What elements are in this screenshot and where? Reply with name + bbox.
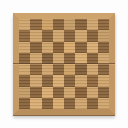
square-e4[interactable] (64, 64, 75, 75)
square-g8[interactable] (87, 19, 98, 30)
square-b6[interactable] (30, 42, 41, 53)
square-a7[interactable] (19, 30, 30, 41)
square-a4[interactable] (19, 64, 30, 75)
chessboard (13, 13, 115, 115)
square-b1[interactable] (30, 98, 41, 109)
square-e6[interactable] (64, 42, 75, 53)
square-f1[interactable] (75, 98, 86, 109)
square-b3[interactable] (30, 75, 41, 86)
square-f3[interactable] (75, 75, 86, 86)
square-d3[interactable] (53, 75, 64, 86)
square-g3[interactable] (87, 75, 98, 86)
square-d5[interactable] (53, 53, 64, 64)
square-g7[interactable] (87, 30, 98, 41)
board-grid (19, 19, 109, 109)
square-h7[interactable] (98, 30, 109, 41)
square-d1[interactable] (53, 98, 64, 109)
square-d2[interactable] (53, 87, 64, 98)
square-a3[interactable] (19, 75, 30, 86)
square-h6[interactable] (98, 42, 109, 53)
square-g6[interactable] (87, 42, 98, 53)
square-f2[interactable] (75, 87, 86, 98)
square-h3[interactable] (98, 75, 109, 86)
square-f8[interactable] (75, 19, 86, 30)
square-e2[interactable] (64, 87, 75, 98)
square-a1[interactable] (19, 98, 30, 109)
square-g4[interactable] (87, 64, 98, 75)
square-c8[interactable] (42, 19, 53, 30)
square-h8[interactable] (98, 19, 109, 30)
square-d6[interactable] (53, 42, 64, 53)
square-f4[interactable] (75, 64, 86, 75)
square-a5[interactable] (19, 53, 30, 64)
square-e7[interactable] (64, 30, 75, 41)
square-g5[interactable] (87, 53, 98, 64)
square-h1[interactable] (98, 98, 109, 109)
square-e8[interactable] (64, 19, 75, 30)
square-a8[interactable] (19, 19, 30, 30)
square-h4[interactable] (98, 64, 109, 75)
square-b8[interactable] (30, 19, 41, 30)
square-b5[interactable] (30, 53, 41, 64)
square-c1[interactable] (42, 98, 53, 109)
square-b4[interactable] (30, 64, 41, 75)
square-g2[interactable] (87, 87, 98, 98)
square-a2[interactable] (19, 87, 30, 98)
square-c7[interactable] (42, 30, 53, 41)
square-c3[interactable] (42, 75, 53, 86)
square-c2[interactable] (42, 87, 53, 98)
square-h5[interactable] (98, 53, 109, 64)
square-d8[interactable] (53, 19, 64, 30)
square-e3[interactable] (64, 75, 75, 86)
square-f5[interactable] (75, 53, 86, 64)
square-f7[interactable] (75, 30, 86, 41)
square-d4[interactable] (53, 64, 64, 75)
square-g1[interactable] (87, 98, 98, 109)
square-e5[interactable] (64, 53, 75, 64)
square-c4[interactable] (42, 64, 53, 75)
square-c6[interactable] (42, 42, 53, 53)
square-e1[interactable] (64, 98, 75, 109)
product-photo-background (0, 0, 128, 128)
square-b2[interactable] (30, 87, 41, 98)
square-a6[interactable] (19, 42, 30, 53)
square-b7[interactable] (30, 30, 41, 41)
square-c5[interactable] (42, 53, 53, 64)
square-f6[interactable] (75, 42, 86, 53)
square-h2[interactable] (98, 87, 109, 98)
square-d7[interactable] (53, 30, 64, 41)
